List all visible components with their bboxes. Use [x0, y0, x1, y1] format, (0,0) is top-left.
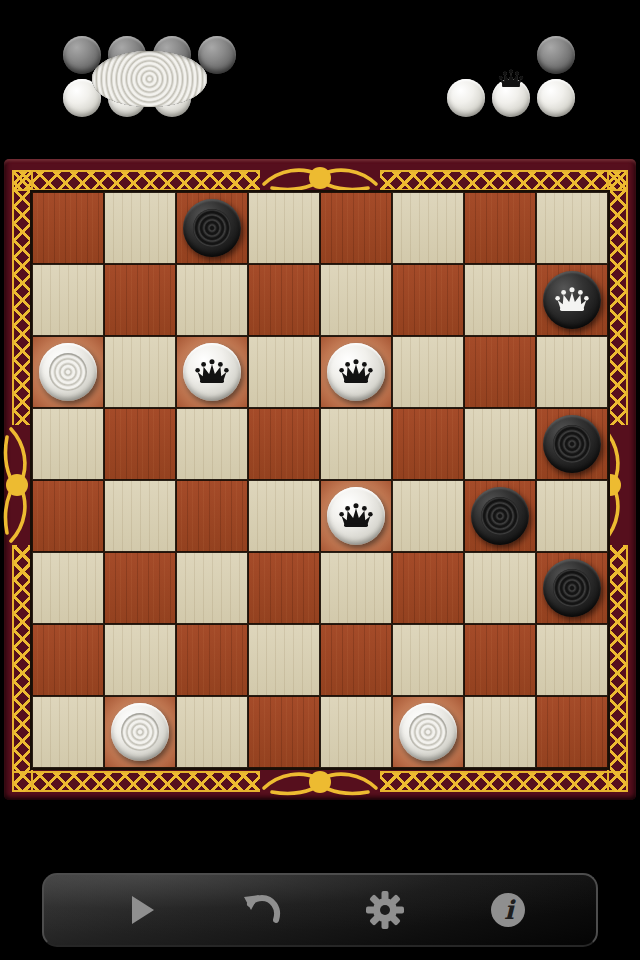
board-frame — [4, 159, 636, 800]
square-r5c1[interactable] — [32, 480, 104, 552]
square-r2c8[interactable] — [536, 264, 608, 336]
square-r4c1 — [32, 408, 104, 480]
info-icon: i — [488, 890, 528, 930]
crown-icon — [338, 358, 374, 384]
square-r8c4[interactable] — [248, 696, 320, 768]
captured-tray-right — [447, 36, 575, 122]
square-r5c4 — [248, 480, 320, 552]
white-king — [447, 79, 485, 117]
square-r3c5[interactable] — [320, 336, 392, 408]
square-r7c4 — [248, 624, 320, 696]
square-r2c1 — [32, 264, 104, 336]
piece-rings — [409, 713, 447, 751]
square-r8c6[interactable] — [392, 696, 464, 768]
square-r1c7[interactable] — [464, 192, 536, 264]
play-icon — [122, 892, 158, 928]
settings-button[interactable] — [363, 888, 407, 932]
square-r1c1[interactable] — [32, 192, 104, 264]
square-r6c5 — [320, 552, 392, 624]
square-r2c3 — [176, 264, 248, 336]
square-r4c2[interactable] — [104, 408, 176, 480]
black-man[interactable] — [543, 559, 601, 617]
captured-row — [63, 79, 236, 117]
square-r4c4[interactable] — [248, 408, 320, 480]
eye-ornament-icon — [260, 768, 380, 796]
square-r1c5[interactable] — [320, 192, 392, 264]
white-man — [153, 79, 191, 117]
square-r3c1[interactable] — [32, 336, 104, 408]
square-r8c7 — [464, 696, 536, 768]
square-r5c5[interactable] — [320, 480, 392, 552]
square-r2c5 — [320, 264, 392, 336]
square-r4c7 — [464, 408, 536, 480]
square-r1c3[interactable] — [176, 192, 248, 264]
piece-rings — [193, 209, 231, 247]
captured-row — [447, 79, 575, 117]
white-king[interactable] — [183, 343, 241, 401]
board — [30, 190, 610, 770]
undo-button[interactable] — [241, 888, 285, 932]
square-r8c3 — [176, 696, 248, 768]
white-king[interactable] — [327, 343, 385, 401]
black-man[interactable] — [183, 199, 241, 257]
crown-icon — [338, 502, 374, 528]
square-r3c2 — [104, 336, 176, 408]
square-r7c8 — [536, 624, 608, 696]
square-r6c4[interactable] — [248, 552, 320, 624]
piece-rings — [121, 713, 159, 751]
square-r2c6[interactable] — [392, 264, 464, 336]
square-r3c4 — [248, 336, 320, 408]
square-r1c4 — [248, 192, 320, 264]
square-r3c8 — [536, 336, 608, 408]
square-r6c7 — [464, 552, 536, 624]
square-r5c3[interactable] — [176, 480, 248, 552]
square-r1c6 — [392, 192, 464, 264]
square-r6c3 — [176, 552, 248, 624]
undo-icon — [243, 892, 283, 928]
piece-rings — [481, 497, 519, 535]
captured-tray-left — [63, 36, 236, 122]
square-r7c6 — [392, 624, 464, 696]
white-man[interactable] — [111, 703, 169, 761]
crown-icon — [194, 358, 230, 384]
white-king — [492, 79, 530, 117]
square-r7c5[interactable] — [320, 624, 392, 696]
square-r1c2 — [104, 192, 176, 264]
black-king[interactable] — [543, 271, 601, 329]
white-man[interactable] — [39, 343, 97, 401]
piece-rings — [553, 425, 591, 463]
black-man[interactable] — [543, 415, 601, 473]
square-r7c1[interactable] — [32, 624, 104, 696]
square-r8c8[interactable] — [536, 696, 608, 768]
square-r3c7[interactable] — [464, 336, 536, 408]
square-r6c6[interactable] — [392, 552, 464, 624]
square-r3c6 — [392, 336, 464, 408]
black-man — [198, 36, 236, 74]
square-r2c4[interactable] — [248, 264, 320, 336]
square-r4c8[interactable] — [536, 408, 608, 480]
square-r4c3 — [176, 408, 248, 480]
square-r4c6[interactable] — [392, 408, 464, 480]
square-r5c2 — [104, 480, 176, 552]
eye-ornament-icon — [3, 425, 31, 545]
app-screen: { "game": "checkers", "position": { "not… — [0, 0, 640, 960]
square-r6c1 — [32, 552, 104, 624]
info-button[interactable]: i — [486, 888, 530, 932]
white-man[interactable] — [399, 703, 457, 761]
black-king — [537, 36, 575, 74]
gear-icon — [365, 890, 405, 930]
square-r5c7[interactable] — [464, 480, 536, 552]
white-king — [537, 79, 575, 117]
square-r6c8[interactable] — [536, 552, 608, 624]
captured-row — [447, 36, 575, 74]
square-r8c2[interactable] — [104, 696, 176, 768]
black-man[interactable] — [471, 487, 529, 545]
piece-rings — [49, 353, 87, 391]
square-r5c8 — [536, 480, 608, 552]
piece-rings — [92, 51, 206, 108]
square-r7c3[interactable] — [176, 624, 248, 696]
square-r2c7 — [464, 264, 536, 336]
play-button[interactable] — [118, 888, 162, 932]
square-r8c1 — [32, 696, 104, 768]
square-r7c7[interactable] — [464, 624, 536, 696]
eye-ornament-icon — [260, 164, 380, 192]
square-r4c5 — [320, 408, 392, 480]
piece-rings — [553, 569, 591, 607]
toolbar: i — [42, 873, 598, 947]
square-r5c6 — [392, 480, 464, 552]
square-r6c2[interactable] — [104, 552, 176, 624]
crown-icon — [554, 286, 590, 312]
square-r7c2 — [104, 624, 176, 696]
square-r8c5 — [320, 696, 392, 768]
white-king[interactable] — [327, 487, 385, 545]
square-r3c3[interactable] — [176, 336, 248, 408]
square-r2c2[interactable] — [104, 264, 176, 336]
square-r1c8 — [536, 192, 608, 264]
